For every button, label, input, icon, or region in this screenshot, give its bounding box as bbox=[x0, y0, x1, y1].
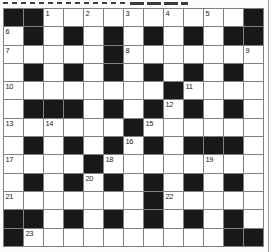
clue-number-7: 7 bbox=[6, 46, 10, 55]
page-edge-line bbox=[268, 0, 269, 252]
black-cell-r8c4 bbox=[64, 137, 83, 154]
cell-r13c8[interactable] bbox=[144, 229, 163, 246]
cell-r2c5[interactable] bbox=[84, 27, 103, 44]
black-cell-r3c6 bbox=[104, 46, 123, 63]
cell-r2c11[interactable] bbox=[204, 27, 223, 44]
cell-r13c2[interactable]: 23 bbox=[24, 229, 43, 246]
clue-number-5: 5 bbox=[206, 9, 210, 18]
cell-r9c9[interactable] bbox=[164, 155, 183, 172]
black-cell-r10c6 bbox=[104, 174, 123, 191]
clue-number-8: 8 bbox=[126, 46, 130, 55]
cell-r2c3[interactable] bbox=[44, 27, 63, 44]
cell-r12c7[interactable] bbox=[124, 210, 143, 227]
black-cell-r6c2 bbox=[24, 100, 43, 117]
cell-r3c12[interactable] bbox=[224, 46, 243, 63]
black-cell-r13c13 bbox=[244, 229, 263, 246]
cell-r6c5[interactable] bbox=[84, 100, 103, 117]
cell-r8c7[interactable]: 16 bbox=[124, 137, 143, 154]
black-cell-r12c4 bbox=[64, 210, 83, 227]
cell-r6c13[interactable] bbox=[244, 100, 263, 117]
clue-number-3: 3 bbox=[126, 9, 130, 18]
cell-r13c4[interactable] bbox=[64, 229, 83, 246]
cell-r4c7[interactable] bbox=[124, 64, 143, 81]
black-cell-r2c12 bbox=[224, 27, 243, 44]
cell-r8c5[interactable] bbox=[84, 137, 103, 154]
cell-r4c13[interactable] bbox=[244, 64, 263, 81]
black-cell-r13c12 bbox=[224, 229, 243, 246]
cell-r5c13[interactable] bbox=[244, 82, 263, 99]
cell-r6c7[interactable] bbox=[124, 100, 143, 117]
cell-r1c3[interactable]: 1 bbox=[44, 9, 63, 26]
cell-r3c11[interactable] bbox=[204, 46, 223, 63]
clue-number-10: 10 bbox=[6, 82, 14, 91]
cell-r3c10[interactable] bbox=[184, 46, 203, 63]
cell-r11c9[interactable]: 22 bbox=[164, 192, 183, 209]
black-cell-r10c4 bbox=[64, 174, 83, 191]
cell-r13c11[interactable] bbox=[204, 229, 223, 246]
clue-number-17: 17 bbox=[6, 155, 14, 164]
cell-r1c9[interactable]: 4 bbox=[164, 9, 183, 26]
clue-number-13: 13 bbox=[6, 119, 14, 128]
black-cell-r2c6 bbox=[104, 27, 123, 44]
black-cell-r13c1 bbox=[4, 229, 23, 246]
cell-r9c1[interactable]: 17 bbox=[4, 155, 23, 172]
cell-r11c11[interactable] bbox=[204, 192, 223, 209]
cell-r3c2[interactable] bbox=[24, 46, 43, 63]
cell-r8c9[interactable] bbox=[164, 137, 183, 154]
black-cell-r1c13 bbox=[244, 9, 263, 26]
clue-number-2: 2 bbox=[86, 9, 90, 18]
black-cell-r12c12 bbox=[224, 210, 243, 227]
black-cell-r8c12 bbox=[224, 137, 243, 154]
cell-r3c4[interactable] bbox=[64, 46, 83, 63]
black-cell-r11c8 bbox=[144, 192, 163, 209]
cell-r1c11[interactable]: 5 bbox=[204, 9, 223, 26]
cell-r6c11[interactable] bbox=[204, 100, 223, 117]
cell-r4c5[interactable] bbox=[84, 64, 103, 81]
cell-r4c3[interactable] bbox=[44, 64, 63, 81]
cell-r5c3[interactable] bbox=[44, 82, 63, 99]
black-cell-r10c8 bbox=[144, 174, 163, 191]
black-cell-r7c7 bbox=[124, 119, 143, 136]
cell-r9c12[interactable] bbox=[224, 155, 243, 172]
black-cell-r6c10 bbox=[184, 100, 203, 117]
clue-number-21: 21 bbox=[6, 192, 14, 201]
black-cell-r9c5 bbox=[84, 155, 103, 172]
cell-r4c11[interactable] bbox=[204, 64, 223, 81]
clue-number-15: 15 bbox=[146, 119, 154, 128]
clue-number-11: 11 bbox=[186, 82, 193, 91]
cell-r8c13[interactable] bbox=[244, 137, 263, 154]
cell-r11c6[interactable] bbox=[104, 192, 123, 209]
clue-number-20: 20 bbox=[86, 174, 94, 183]
cell-r11c2[interactable] bbox=[24, 192, 43, 209]
black-cell-r8c2 bbox=[24, 137, 43, 154]
black-cell-r2c2 bbox=[24, 27, 43, 44]
cell-r12c9[interactable] bbox=[164, 210, 183, 227]
cell-r5c12[interactable] bbox=[224, 82, 243, 99]
cell-r13c9[interactable] bbox=[164, 229, 183, 246]
clue-number-18: 18 bbox=[106, 155, 114, 164]
cell-r7c8[interactable]: 15 bbox=[144, 119, 163, 136]
black-cell-r12c2 bbox=[24, 210, 43, 227]
cell-r7c13[interactable] bbox=[244, 119, 263, 136]
cell-r10c9[interactable] bbox=[164, 174, 183, 191]
cell-r12c3[interactable] bbox=[44, 210, 63, 227]
black-cell-r10c10 bbox=[184, 174, 203, 191]
cell-r11c3[interactable] bbox=[44, 192, 63, 209]
black-cell-r8c6 bbox=[104, 137, 123, 154]
cell-r9c11[interactable]: 19 bbox=[204, 155, 223, 172]
clue-number-1: 1 bbox=[46, 9, 50, 18]
black-cell-r5c9 bbox=[164, 82, 183, 99]
black-cell-r12c8 bbox=[144, 210, 163, 227]
black-cell-r6c4 bbox=[64, 100, 83, 117]
black-cell-r12c10 bbox=[184, 210, 203, 227]
cell-r12c11[interactable] bbox=[204, 210, 223, 227]
clue-number-14: 14 bbox=[46, 119, 54, 128]
cell-r5c6[interactable] bbox=[104, 82, 123, 99]
clue-number-6: 6 bbox=[6, 27, 10, 36]
clipped-header-text-fragment bbox=[3, 2, 125, 4]
black-cell-r1c1 bbox=[4, 9, 23, 26]
cell-r13c10[interactable] bbox=[184, 229, 203, 246]
cell-r5c1[interactable]: 10 bbox=[4, 82, 23, 99]
black-cell-r4c12 bbox=[224, 64, 243, 81]
cell-r13c3[interactable] bbox=[44, 229, 63, 246]
cell-r7c10[interactable] bbox=[184, 119, 203, 136]
black-cell-r12c1 bbox=[4, 210, 23, 227]
cell-r3c7[interactable]: 8 bbox=[124, 46, 143, 63]
cell-r1c12[interactable] bbox=[224, 9, 243, 26]
black-cell-r8c11 bbox=[204, 137, 223, 154]
clue-number-4: 4 bbox=[166, 9, 170, 18]
black-cell-r10c12 bbox=[224, 174, 243, 191]
black-cell-r2c13 bbox=[244, 27, 263, 44]
cell-r6c9[interactable]: 12 bbox=[164, 100, 183, 117]
black-cell-r10c2 bbox=[24, 174, 43, 191]
cell-r11c4[interactable] bbox=[64, 192, 83, 209]
cell-r7c5[interactable] bbox=[84, 119, 103, 136]
cell-r5c5[interactable] bbox=[84, 82, 103, 99]
cell-r11c12[interactable] bbox=[224, 192, 243, 209]
cell-r7c11[interactable] bbox=[204, 119, 223, 136]
crossword-grid: 1234567891011121314151617181920212223 bbox=[3, 8, 264, 247]
cell-r2c9[interactable] bbox=[164, 27, 183, 44]
cell-r7c2[interactable] bbox=[24, 119, 43, 136]
cell-r9c2[interactable] bbox=[24, 155, 43, 172]
cell-r7c6[interactable] bbox=[104, 119, 123, 136]
cell-r11c10[interactable] bbox=[184, 192, 203, 209]
cell-r1c6[interactable] bbox=[104, 9, 123, 26]
black-cell-r8c8 bbox=[144, 137, 163, 154]
cell-r5c8[interactable] bbox=[144, 82, 163, 99]
cell-r10c11[interactable] bbox=[204, 174, 223, 191]
cell-r9c10[interactable] bbox=[184, 155, 203, 172]
cell-r4c1[interactable] bbox=[4, 64, 23, 81]
cell-r10c3[interactable] bbox=[44, 174, 63, 191]
cell-r3c5[interactable] bbox=[84, 46, 103, 63]
cell-r9c4[interactable] bbox=[64, 155, 83, 172]
cell-r5c10[interactable]: 11 bbox=[184, 82, 203, 99]
cell-r8c3[interactable] bbox=[44, 137, 63, 154]
cell-r11c13[interactable] bbox=[244, 192, 263, 209]
cell-r3c1[interactable]: 7 bbox=[4, 46, 23, 63]
cell-r11c7[interactable] bbox=[124, 192, 143, 209]
black-cell-r6c8 bbox=[144, 100, 163, 117]
black-cell-r6c6 bbox=[104, 100, 123, 117]
cell-r10c13[interactable] bbox=[244, 174, 263, 191]
cell-r7c12[interactable] bbox=[224, 119, 243, 136]
puzzle-page: 1234567891011121314151617181920212223 bbox=[0, 0, 272, 252]
cell-r5c4[interactable] bbox=[64, 82, 83, 99]
black-cell-r4c2 bbox=[24, 64, 43, 81]
cell-r13c5[interactable] bbox=[84, 229, 103, 246]
cell-r7c9[interactable] bbox=[164, 119, 183, 136]
black-cell-r12c6 bbox=[104, 210, 123, 227]
cell-r13c6[interactable] bbox=[104, 229, 123, 246]
black-cell-r4c8 bbox=[144, 64, 163, 81]
black-cell-r4c6 bbox=[104, 64, 123, 81]
cell-r3c3[interactable] bbox=[44, 46, 63, 63]
cell-r1c8[interactable] bbox=[144, 9, 163, 26]
cell-r9c13[interactable] bbox=[244, 155, 263, 172]
black-cell-r6c3 bbox=[44, 100, 63, 117]
clue-number-12: 12 bbox=[166, 100, 174, 109]
cell-r2c1[interactable]: 6 bbox=[4, 27, 23, 44]
cell-r1c10[interactable] bbox=[184, 9, 203, 26]
cell-r6c1[interactable] bbox=[4, 100, 23, 117]
black-cell-r2c10 bbox=[184, 27, 203, 44]
cell-r8c1[interactable] bbox=[4, 137, 23, 154]
cell-r12c5[interactable] bbox=[84, 210, 103, 227]
cell-r1c7[interactable]: 3 bbox=[124, 9, 143, 26]
clue-number-9: 9 bbox=[246, 46, 250, 55]
cell-r3c9[interactable] bbox=[164, 46, 183, 63]
cell-r5c7[interactable] bbox=[124, 82, 143, 99]
cell-r10c1[interactable] bbox=[4, 174, 23, 191]
cell-r7c4[interactable] bbox=[64, 119, 83, 136]
black-cell-r4c10 bbox=[184, 64, 203, 81]
cell-r10c7[interactable] bbox=[124, 174, 143, 191]
cell-r7c1[interactable]: 13 bbox=[4, 119, 23, 136]
cell-r5c11[interactable] bbox=[204, 82, 223, 99]
cell-r4c9[interactable] bbox=[164, 64, 183, 81]
black-cell-r2c8 bbox=[144, 27, 163, 44]
black-cell-r2c4 bbox=[64, 27, 83, 44]
cell-r5c2[interactable] bbox=[24, 82, 43, 99]
cell-r2c7[interactable] bbox=[124, 27, 143, 44]
clue-number-22: 22 bbox=[166, 192, 174, 201]
cell-r9c6[interactable]: 18 bbox=[104, 155, 123, 172]
clue-number-16: 16 bbox=[126, 137, 134, 146]
cell-r1c5[interactable]: 2 bbox=[84, 9, 103, 26]
cell-r11c5[interactable] bbox=[84, 192, 103, 209]
clue-number-23: 23 bbox=[26, 229, 34, 238]
cell-r7c3[interactable]: 14 bbox=[44, 119, 63, 136]
cell-r3c8[interactable] bbox=[144, 46, 163, 63]
black-cell-r4c4 bbox=[64, 64, 83, 81]
cell-r11c1[interactable]: 21 bbox=[4, 192, 23, 209]
cell-r10c5[interactable]: 20 bbox=[84, 174, 103, 191]
cell-r9c8[interactable] bbox=[144, 155, 163, 172]
clipped-header-text-fragment-2 bbox=[130, 2, 188, 5]
cell-r9c3[interactable] bbox=[44, 155, 63, 172]
cell-r13c7[interactable] bbox=[124, 229, 143, 246]
cell-r9c7[interactable] bbox=[124, 155, 143, 172]
cell-r3c13[interactable]: 9 bbox=[244, 46, 263, 63]
black-cell-r8c10 bbox=[184, 137, 203, 154]
clue-number-19: 19 bbox=[206, 155, 214, 164]
cell-r12c13[interactable] bbox=[244, 210, 263, 227]
cell-r1c4[interactable] bbox=[64, 9, 83, 26]
black-cell-r6c12 bbox=[224, 100, 243, 117]
black-cell-r1c2 bbox=[24, 9, 43, 26]
